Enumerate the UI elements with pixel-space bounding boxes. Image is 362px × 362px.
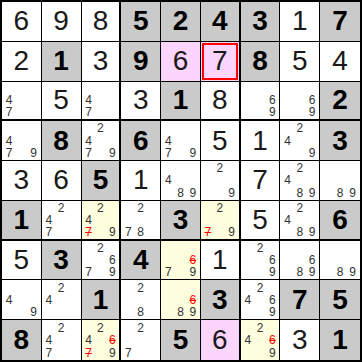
cell-r7c7[interactable]: 269 xyxy=(241,241,281,281)
candidate-digit: 2 xyxy=(94,242,106,254)
given-digit: 1 xyxy=(53,47,69,75)
candidate-digit: 9 xyxy=(266,306,278,318)
cell-r7c4[interactable]: 4 xyxy=(121,241,161,281)
given-digit: 2 xyxy=(173,7,189,35)
given-digit: 7 xyxy=(292,286,308,314)
cell-r8c9[interactable]: 5 xyxy=(320,280,360,320)
candidate-digit: 2 xyxy=(135,281,147,293)
cell-r6c5[interactable]: 3 xyxy=(161,201,201,241)
candidate-grid: 2489 xyxy=(281,162,318,199)
given-digit: 4 xyxy=(212,7,228,35)
cell-r9c9[interactable]: 1 xyxy=(320,320,360,360)
cell-r5c6[interactable]: 29 xyxy=(201,161,241,201)
cell-r2c9[interactable]: 4 xyxy=(320,42,360,82)
candidate-digit: 8 xyxy=(294,187,306,199)
candidate-digit: 9 xyxy=(266,346,278,359)
candidate-grid: 27 xyxy=(122,321,159,359)
candidate-digit: 8 xyxy=(294,266,306,278)
candidate-grid: 2679 xyxy=(83,242,119,279)
cell-r1c8[interactable]: 1 xyxy=(280,2,320,42)
sudoku-board: 6985243172139678544754731869692479824796… xyxy=(0,0,362,362)
candidate-grid: 89 xyxy=(321,242,359,279)
candidate-digit: 7 xyxy=(43,226,55,238)
candidate-digit: 2 xyxy=(294,162,306,174)
given-digit: 8 xyxy=(53,127,69,155)
cell-r6c3[interactable]: 2479 xyxy=(82,201,122,241)
cell-r2c1[interactable]: 2 xyxy=(2,42,42,82)
solved-digit: 5 xyxy=(212,127,228,155)
given-digit: 6 xyxy=(133,127,149,155)
cell-r1c4[interactable]: 5 xyxy=(121,2,161,42)
candidate-digit: 9 xyxy=(106,147,118,159)
given-digit: 3 xyxy=(53,246,69,274)
cell-r2c2[interactable]: 1 xyxy=(42,42,82,82)
cell-r8c5[interactable]: 689 xyxy=(161,280,201,320)
candidate-grid: 269 xyxy=(242,242,279,279)
cell-r5c5[interactable]: 489 xyxy=(161,161,201,201)
cell-r6c7[interactable]: 5 xyxy=(241,201,281,241)
candidate-digit: 9 xyxy=(306,147,318,159)
candidate-digit: 4 xyxy=(162,174,174,186)
candidate-digit: 9 xyxy=(106,266,118,278)
candidate-grid: 689 xyxy=(162,281,199,318)
candidate-grid: 2469 xyxy=(242,281,279,318)
candidate-digit: 8 xyxy=(174,306,186,318)
candidate-grid: 247 xyxy=(43,202,80,238)
cell-r4c9[interactable]: 3 xyxy=(320,121,360,161)
candidate-grid: 2469 xyxy=(242,321,279,359)
solved-digit: 3 xyxy=(93,47,109,75)
candidate-digit: 4 xyxy=(281,135,293,147)
candidate-digit: 4 xyxy=(43,334,55,347)
cell-r3c1[interactable]: 47 xyxy=(2,82,42,122)
cell-r3c3[interactable]: 47 xyxy=(82,82,122,122)
cell-r3c5[interactable]: 1 xyxy=(161,82,201,122)
given-digit: 3 xyxy=(252,7,268,35)
candidate-digit: 7 xyxy=(83,106,95,118)
cell-r2c8[interactable]: 5 xyxy=(280,42,320,82)
cell-r3c4[interactable]: 3 xyxy=(121,82,161,122)
candidate-digit: 9 xyxy=(346,266,359,278)
solved-digit: 9 xyxy=(53,7,69,35)
candidate-digit: 2 xyxy=(254,281,266,293)
candidate-grid: 247 xyxy=(43,321,80,359)
candidate-grid: 69 xyxy=(242,83,279,119)
solved-digit: 3 xyxy=(292,326,308,354)
cell-r4c1[interactable]: 479 xyxy=(2,121,42,161)
candidate-grid: 49 xyxy=(3,281,40,318)
eliminated-candidate-digit: 7 xyxy=(83,226,95,238)
candidate-grid: 479 xyxy=(3,122,40,159)
cell-r4c4[interactable]: 6 xyxy=(121,121,161,161)
cell-r4c3[interactable]: 2479 xyxy=(82,121,122,161)
given-digit: 3 xyxy=(332,127,348,155)
candidate-grid: 489 xyxy=(162,162,199,199)
candidate-digit: 9 xyxy=(187,306,199,318)
cell-r4c7[interactable]: 1 xyxy=(241,121,281,161)
cell-r9c4[interactable]: 27 xyxy=(121,320,161,360)
candidate-digit: 2 xyxy=(94,202,106,214)
candidate-digit: 4 xyxy=(83,135,95,147)
cell-r9c3[interactable]: 24679 xyxy=(82,320,122,360)
solved-digit: 4 xyxy=(332,47,348,75)
candidate-grid: 2489 xyxy=(281,202,318,238)
cell-r1c2[interactable]: 9 xyxy=(42,2,82,42)
given-digit: 1 xyxy=(332,326,348,354)
candidate-digit: 7 xyxy=(83,147,95,159)
cell-r8c7[interactable]: 2469 xyxy=(241,280,281,320)
candidate-digit: 9 xyxy=(106,346,118,359)
candidate-digit: 8 xyxy=(334,187,347,199)
candidate-digit: 4 xyxy=(3,135,15,147)
cell-r6c8[interactable]: 2489 xyxy=(280,201,320,241)
cell-r5c4[interactable]: 1 xyxy=(121,161,161,201)
candidate-digit: 8 xyxy=(135,226,147,238)
candidate-digit: 2 xyxy=(214,202,226,214)
candidate-digit: 9 xyxy=(306,187,318,199)
given-digit: 7 xyxy=(332,7,348,35)
candidate-digit: 7 xyxy=(83,266,95,278)
candidate-digit: 2 xyxy=(94,122,106,134)
solved-digit: 6 xyxy=(53,166,69,194)
given-digit: 5 xyxy=(332,286,348,314)
given-digit: 2 xyxy=(332,86,348,114)
eliminated-candidate-digit: 7 xyxy=(202,226,214,238)
candidate-digit: 4 xyxy=(242,294,254,306)
cell-r9c5[interactable]: 5 xyxy=(161,320,201,360)
solved-digit: 1 xyxy=(212,246,228,274)
candidate-grid: 29 xyxy=(202,162,238,199)
cell-r6c6[interactable]: 279 xyxy=(201,201,241,241)
solved-digit: 8 xyxy=(93,7,109,35)
cell-r6c4[interactable]: 278 xyxy=(121,201,161,241)
cell-r8c2[interactable]: 24 xyxy=(42,280,82,320)
cell-r7c8[interactable]: 689 xyxy=(280,241,320,281)
given-digit: 5 xyxy=(93,166,109,194)
candidate-digit: 9 xyxy=(28,147,40,159)
candidate-digit: 7 xyxy=(3,147,15,159)
cell-r4c8[interactable]: 249 xyxy=(280,121,320,161)
cell-r3c8[interactable]: 69 xyxy=(280,82,320,122)
candidate-digit: 4 xyxy=(242,334,254,347)
candidate-digit: 7 xyxy=(162,266,174,278)
candidate-digit: 4 xyxy=(281,214,293,226)
candidate-digit: 9 xyxy=(266,266,278,278)
candidate-digit: 9 xyxy=(187,187,199,199)
cell-r7c3[interactable]: 2679 xyxy=(82,241,122,281)
given-digit: 3 xyxy=(173,206,189,234)
candidate-grid: 279 xyxy=(202,202,238,238)
candidate-grid: 28 xyxy=(122,281,159,318)
cell-r5c2[interactable]: 6 xyxy=(42,161,82,201)
candidate-digit: 8 xyxy=(135,306,147,318)
cell-r3c9[interactable]: 2 xyxy=(320,82,360,122)
cell-r5c1[interactable]: 3 xyxy=(2,161,42,201)
cell-r9c7[interactable]: 2469 xyxy=(241,320,281,360)
candidate-grid: 2479 xyxy=(83,202,119,238)
solved-digit: 1 xyxy=(292,7,308,35)
candidate-digit: 2 xyxy=(94,321,106,334)
candidate-digit: 4 xyxy=(3,294,15,306)
candidate-grid: 249 xyxy=(281,122,318,159)
solved-digit: 7 xyxy=(212,47,228,75)
candidate-digit: 4 xyxy=(281,174,293,186)
cell-r4c2[interactable]: 8 xyxy=(42,121,82,161)
candidate-digit: 9 xyxy=(28,306,40,318)
cell-r7c2[interactable]: 3 xyxy=(42,241,82,281)
given-digit: 8 xyxy=(252,47,268,75)
cell-r7c1[interactable]: 5 xyxy=(2,241,42,281)
candidate-digit: 9 xyxy=(306,266,318,278)
cell-r8c3[interactable]: 1 xyxy=(82,280,122,320)
candidate-digit: 7 xyxy=(43,346,55,359)
cell-r1c7[interactable]: 3 xyxy=(241,2,281,42)
cell-r8c1[interactable]: 49 xyxy=(2,280,42,320)
candidate-digit: 2 xyxy=(214,162,226,174)
cell-r1c1[interactable]: 6 xyxy=(2,2,42,42)
given-digit: 1 xyxy=(14,206,30,234)
candidate-grid: 689 xyxy=(281,242,318,279)
candidate-digit: 2 xyxy=(294,202,306,214)
solved-digit: 6 xyxy=(14,7,30,35)
eliminated-candidate-digit: 7 xyxy=(83,346,95,359)
cell-r6c2[interactable]: 247 xyxy=(42,201,82,241)
given-digit: 4 xyxy=(133,246,149,274)
solved-digit: 8 xyxy=(212,86,228,114)
candidate-digit: 2 xyxy=(135,202,147,214)
candidate-digit: 9 xyxy=(106,226,118,238)
candidate-digit: 7 xyxy=(122,346,134,359)
candidate-grid: 2479 xyxy=(83,122,119,159)
candidate-grid: 89 xyxy=(321,162,359,199)
cell-r4c6[interactable]: 5 xyxy=(201,121,241,161)
solved-digit: 5 xyxy=(292,47,308,75)
cell-r3c7[interactable]: 69 xyxy=(241,82,281,122)
cell-r7c5[interactable]: 679 xyxy=(161,241,201,281)
cell-r1c6[interactable]: 4 xyxy=(201,2,241,42)
cell-r2c7[interactable]: 8 xyxy=(241,42,281,82)
candidate-digit: 8 xyxy=(334,266,347,278)
solved-digit: 1 xyxy=(133,166,149,194)
solved-digit: 3 xyxy=(133,86,149,114)
cell-r1c9[interactable]: 7 xyxy=(320,2,360,42)
candidate-grid: 278 xyxy=(122,202,159,238)
candidate-grid: 24679 xyxy=(83,321,119,359)
candidate-grid: 47 xyxy=(3,83,40,119)
solved-digit: 5 xyxy=(53,86,69,114)
cell-r8c6[interactable]: 3 xyxy=(201,280,241,320)
cell-r6c1[interactable]: 1 xyxy=(2,201,42,241)
candidate-digit: 9 xyxy=(226,187,238,199)
cell-r8c8[interactable]: 7 xyxy=(280,280,320,320)
cell-r9c2[interactable]: 247 xyxy=(42,320,82,360)
candidate-digit: 7 xyxy=(3,106,15,118)
candidate-digit: 2 xyxy=(135,321,147,334)
solved-digit: 1 xyxy=(252,127,268,155)
candidate-digit: 2 xyxy=(254,242,266,254)
candidate-digit: 8 xyxy=(294,226,306,238)
cell-r9c8[interactable]: 3 xyxy=(280,320,320,360)
solved-digit: 5 xyxy=(252,206,268,234)
solved-digit: 2 xyxy=(14,47,30,75)
given-digit: 1 xyxy=(93,286,109,314)
candidate-digit: 2 xyxy=(294,122,306,134)
candidate-digit: 2 xyxy=(55,281,67,293)
candidate-digit: 4 xyxy=(162,135,174,147)
solved-digit: 5 xyxy=(14,246,30,274)
eliminated-candidate-digit: 6 xyxy=(266,334,278,347)
eliminated-candidate-digit: 6 xyxy=(106,334,118,347)
cell-r1c5[interactable]: 2 xyxy=(161,2,201,42)
candidate-grid: 47 xyxy=(83,83,119,119)
candidate-digit: 9 xyxy=(306,226,318,238)
cell-r7c9[interactable]: 89 xyxy=(320,241,360,281)
candidate-grid: 679 xyxy=(162,242,199,279)
candidate-digit: 7 xyxy=(162,147,174,159)
candidate-digit: 4 xyxy=(43,294,55,306)
cell-r4c5[interactable]: 479 xyxy=(161,121,201,161)
candidate-digit: 2 xyxy=(55,202,67,214)
candidate-grid: 69 xyxy=(281,83,318,119)
candidate-digit: 8 xyxy=(174,187,186,199)
cell-r5c7[interactable]: 7 xyxy=(241,161,281,201)
cell-r2c4[interactable]: 9 xyxy=(121,42,161,82)
cell-r5c3[interactable]: 5 xyxy=(82,161,122,201)
candidate-digit: 9 xyxy=(346,187,359,199)
cell-r5c8[interactable]: 2489 xyxy=(280,161,320,201)
given-digit: 5 xyxy=(173,326,189,354)
given-digit: 8 xyxy=(14,326,30,354)
candidate-digit: 7 xyxy=(122,226,134,238)
cell-r2c5[interactable]: 6 xyxy=(161,42,201,82)
cell-r2c6[interactable]: 7 xyxy=(201,42,241,82)
solved-digit: 7 xyxy=(252,166,268,194)
candidate-digit: 9 xyxy=(266,106,278,118)
cell-r9c1[interactable]: 8 xyxy=(2,320,42,360)
given-digit: 1 xyxy=(173,86,189,114)
cell-r3c6[interactable]: 8 xyxy=(201,82,241,122)
candidate-digit: 9 xyxy=(306,106,318,118)
cell-r9c6[interactable]: 6 xyxy=(201,320,241,360)
cell-r6c9[interactable]: 6 xyxy=(320,201,360,241)
given-digit: 6 xyxy=(332,206,348,234)
cell-r8c4[interactable]: 28 xyxy=(121,280,161,320)
candidate-digit: 2 xyxy=(55,321,67,334)
candidate-digit: 2 xyxy=(254,321,266,334)
given-digit: 3 xyxy=(212,286,228,314)
given-digit: 5 xyxy=(133,7,149,35)
candidate-digit: 4 xyxy=(83,334,95,347)
candidate-digit: 9 xyxy=(187,266,199,278)
candidate-digit: 9 xyxy=(187,147,199,159)
cell-r7c6[interactable]: 1 xyxy=(201,241,241,281)
candidate-grid: 24 xyxy=(43,281,80,318)
solved-digit: 6 xyxy=(212,326,228,354)
cell-r1c3[interactable]: 8 xyxy=(82,2,122,42)
solved-digit: 3 xyxy=(14,166,30,194)
candidate-grid: 479 xyxy=(162,122,199,159)
given-digit: 9 xyxy=(133,47,149,75)
cell-r3c2[interactable]: 5 xyxy=(42,82,82,122)
cell-r5c9[interactable]: 89 xyxy=(320,161,360,201)
cell-r2c3[interactable]: 3 xyxy=(82,42,122,82)
solved-digit: 6 xyxy=(173,47,189,75)
candidate-digit: 9 xyxy=(226,226,238,238)
